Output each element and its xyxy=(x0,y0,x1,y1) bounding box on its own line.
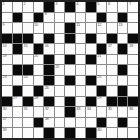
clue-number: 22 xyxy=(55,65,59,69)
white-cell[interactable] xyxy=(76,76,86,86)
white-cell[interactable] xyxy=(128,23,138,33)
clue-number: 24 xyxy=(24,75,28,79)
white-cell[interactable] xyxy=(55,44,65,54)
white-cell[interactable] xyxy=(34,34,44,44)
white-cell[interactable]: 36 xyxy=(128,107,138,117)
white-cell[interactable] xyxy=(86,23,96,33)
white-cell[interactable] xyxy=(55,97,65,107)
clue-number: 4 xyxy=(76,2,78,6)
white-cell[interactable] xyxy=(23,128,33,138)
clue-number: 18 xyxy=(129,44,133,48)
clue-number: 16 xyxy=(45,44,49,48)
white-cell[interactable] xyxy=(23,86,33,96)
white-cell[interactable] xyxy=(55,23,65,33)
white-cell[interactable] xyxy=(76,118,86,128)
white-cell[interactable] xyxy=(118,107,128,117)
clue-number: 13 xyxy=(118,23,122,27)
black-cell xyxy=(86,2,96,12)
white-cell[interactable] xyxy=(76,97,86,107)
black-cell xyxy=(65,2,75,12)
white-cell[interactable] xyxy=(76,44,86,54)
black-cell xyxy=(86,34,96,44)
black-cell xyxy=(65,76,75,86)
white-cell[interactable] xyxy=(23,13,33,23)
black-cell xyxy=(65,34,75,44)
white-cell[interactable] xyxy=(65,65,75,75)
clue-number: 25 xyxy=(97,75,101,79)
white-cell[interactable] xyxy=(128,128,138,138)
white-cell[interactable] xyxy=(34,128,44,138)
white-cell[interactable] xyxy=(118,76,128,86)
white-cell[interactable]: 27 xyxy=(13,97,23,107)
white-cell[interactable] xyxy=(2,86,12,96)
white-cell[interactable]: 35 xyxy=(107,107,117,117)
white-cell[interactable] xyxy=(44,23,54,33)
white-cell[interactable] xyxy=(86,65,96,75)
white-cell[interactable]: 17 xyxy=(107,44,117,54)
white-cell[interactable]: 24 xyxy=(23,76,33,86)
crossword-grid: 1234567891011121314151617181920212223242… xyxy=(0,0,140,140)
white-cell[interactable] xyxy=(86,118,96,128)
clue-number: 39 xyxy=(3,128,7,132)
black-cell xyxy=(86,97,96,107)
white-cell[interactable]: 4 xyxy=(76,2,86,12)
clue-number: 7 xyxy=(129,2,131,6)
white-cell[interactable] xyxy=(76,13,86,23)
white-cell[interactable]: 38 xyxy=(44,118,54,128)
clue-number: 34 xyxy=(87,107,91,111)
black-cell xyxy=(86,55,96,65)
black-cell xyxy=(107,34,117,44)
clue-number: 14 xyxy=(3,44,7,48)
white-cell[interactable]: 33 xyxy=(76,107,86,117)
black-cell xyxy=(44,97,54,107)
black-cell xyxy=(65,55,75,65)
white-cell[interactable] xyxy=(55,34,65,44)
white-cell[interactable] xyxy=(76,55,86,65)
white-cell[interactable]: 11 xyxy=(76,23,86,33)
black-cell xyxy=(118,118,128,128)
black-cell xyxy=(65,97,75,107)
white-cell[interactable]: 7 xyxy=(128,2,138,12)
black-cell xyxy=(65,107,75,117)
white-cell[interactable] xyxy=(76,128,86,138)
white-cell[interactable] xyxy=(34,76,44,86)
white-cell[interactable] xyxy=(76,86,86,96)
black-cell xyxy=(2,97,12,107)
white-cell[interactable] xyxy=(65,44,75,54)
clue-number: 28 xyxy=(34,96,38,100)
white-cell[interactable]: 13 xyxy=(118,23,128,33)
white-cell[interactable] xyxy=(86,13,96,23)
white-cell[interactable] xyxy=(128,86,138,96)
black-cell xyxy=(44,55,54,65)
white-cell[interactable] xyxy=(107,55,117,65)
white-cell[interactable] xyxy=(55,86,65,96)
black-cell xyxy=(118,65,128,75)
black-cell xyxy=(13,13,23,23)
white-cell[interactable]: 25 xyxy=(97,76,107,86)
white-cell[interactable] xyxy=(128,76,138,86)
white-cell[interactable] xyxy=(55,128,65,138)
black-cell xyxy=(44,65,54,75)
black-cell xyxy=(13,34,23,44)
white-cell[interactable] xyxy=(23,23,33,33)
clue-number: 30 xyxy=(3,107,7,111)
clue-number: 32 xyxy=(45,107,49,111)
black-cell xyxy=(44,34,54,44)
white-cell[interactable]: 18 xyxy=(128,44,138,54)
white-cell[interactable] xyxy=(107,76,117,86)
clue-number: 5 xyxy=(97,2,99,6)
clue-number: 6 xyxy=(108,2,110,6)
white-cell[interactable] xyxy=(97,107,107,117)
white-cell[interactable] xyxy=(65,118,75,128)
white-cell[interactable] xyxy=(55,118,65,128)
black-cell xyxy=(118,44,128,54)
white-cell[interactable]: 3 xyxy=(55,2,65,12)
white-cell[interactable] xyxy=(107,13,117,23)
white-cell[interactable] xyxy=(76,34,86,44)
white-cell[interactable] xyxy=(107,128,117,138)
black-cell xyxy=(13,65,23,75)
clue-number: 37 xyxy=(3,117,7,121)
white-cell[interactable]: 23 xyxy=(2,76,12,86)
white-cell[interactable] xyxy=(13,76,23,86)
black-cell xyxy=(23,97,33,107)
black-cell xyxy=(128,34,138,44)
white-cell[interactable] xyxy=(128,118,138,128)
white-cell[interactable]: 26 xyxy=(44,86,54,96)
white-cell[interactable] xyxy=(13,118,23,128)
black-cell xyxy=(34,118,44,128)
white-cell[interactable] xyxy=(107,86,117,96)
crossword-puzzle: 1234567891011121314151617181920212223242… xyxy=(0,0,140,140)
white-cell[interactable] xyxy=(97,34,107,44)
white-cell[interactable]: 8 xyxy=(44,13,54,23)
white-cell[interactable]: 6 xyxy=(107,2,117,12)
white-cell[interactable] xyxy=(128,65,138,75)
white-cell[interactable]: 20 xyxy=(34,55,44,65)
clue-number: 23 xyxy=(3,75,7,79)
white-cell[interactable] xyxy=(34,65,44,75)
black-cell xyxy=(128,97,138,107)
black-cell xyxy=(97,13,107,23)
white-cell[interactable]: 15 xyxy=(23,44,33,54)
clue-number: 10 xyxy=(34,23,38,27)
white-cell[interactable] xyxy=(107,23,117,33)
white-cell[interactable]: 1 xyxy=(2,2,12,12)
white-cell[interactable]: 2 xyxy=(23,2,33,12)
white-cell[interactable] xyxy=(118,128,128,138)
white-cell[interactable]: 31 xyxy=(23,107,33,117)
white-cell[interactable] xyxy=(2,13,12,23)
white-cell[interactable]: 39 xyxy=(2,128,12,138)
black-cell xyxy=(44,128,54,138)
white-cell[interactable] xyxy=(128,55,138,65)
clue-number: 19 xyxy=(3,54,7,58)
black-cell xyxy=(118,86,128,96)
white-cell[interactable] xyxy=(107,118,117,128)
clue-number: 31 xyxy=(24,107,28,111)
clue-number: 38 xyxy=(45,117,49,121)
clue-number: 1 xyxy=(3,2,5,6)
white-cell[interactable] xyxy=(13,2,23,12)
white-cell[interactable] xyxy=(118,55,128,65)
white-cell[interactable] xyxy=(65,86,75,96)
clue-number: 33 xyxy=(76,107,80,111)
black-cell xyxy=(65,23,75,33)
white-cell[interactable] xyxy=(107,65,117,75)
clue-number: 3 xyxy=(55,2,57,6)
black-cell xyxy=(107,97,117,107)
clue-number: 11 xyxy=(76,23,80,27)
clue-number: 8 xyxy=(45,12,47,16)
white-cell[interactable] xyxy=(76,65,86,75)
clue-number: 40 xyxy=(97,128,101,132)
white-cell[interactable] xyxy=(13,128,23,138)
white-cell[interactable] xyxy=(55,76,65,86)
white-cell[interactable] xyxy=(118,2,128,12)
clue-number: 12 xyxy=(97,23,101,27)
white-cell[interactable] xyxy=(13,23,23,33)
white-cell[interactable] xyxy=(86,44,96,54)
white-cell[interactable] xyxy=(55,13,65,23)
white-cell[interactable] xyxy=(34,107,44,117)
white-cell[interactable]: 5 xyxy=(97,2,107,12)
white-cell[interactable] xyxy=(55,107,65,117)
clue-number: 17 xyxy=(108,44,112,48)
black-cell xyxy=(65,128,75,138)
white-cell[interactable]: 40 xyxy=(97,128,107,138)
white-cell[interactable]: 21 xyxy=(97,55,107,65)
clue-number: 15 xyxy=(24,44,28,48)
white-cell[interactable] xyxy=(118,34,128,44)
black-cell xyxy=(23,34,33,44)
white-cell[interactable]: 34 xyxy=(86,107,96,117)
white-cell[interactable] xyxy=(65,13,75,23)
clue-number: 9 xyxy=(3,23,5,27)
white-cell[interactable]: 10 xyxy=(34,23,44,33)
white-cell[interactable] xyxy=(13,55,23,65)
clue-number: 36 xyxy=(129,107,133,111)
white-cell[interactable]: 22 xyxy=(55,65,65,75)
white-cell[interactable]: 28 xyxy=(34,97,44,107)
clue-number: 20 xyxy=(34,54,38,58)
clue-number: 29 xyxy=(97,96,101,100)
clue-number: 2 xyxy=(24,2,26,6)
white-cell[interactable] xyxy=(13,107,23,117)
white-cell[interactable] xyxy=(23,55,33,65)
black-cell xyxy=(118,97,128,107)
clue-number: 27 xyxy=(13,96,17,100)
clue-number: 21 xyxy=(97,54,101,58)
white-cell[interactable] xyxy=(23,118,33,128)
black-cell xyxy=(86,128,96,138)
white-cell[interactable] xyxy=(55,55,65,65)
white-cell[interactable]: 19 xyxy=(2,55,12,65)
black-cell xyxy=(118,13,128,23)
black-cell xyxy=(44,76,54,86)
black-cell xyxy=(2,34,12,44)
white-cell[interactable] xyxy=(86,86,96,96)
clue-number: 26 xyxy=(45,86,49,90)
black-cell xyxy=(86,76,96,86)
white-cell[interactable]: 12 xyxy=(97,23,107,33)
clue-number: 35 xyxy=(108,107,112,111)
white-cell[interactable] xyxy=(34,2,44,12)
white-cell[interactable] xyxy=(128,13,138,23)
black-cell xyxy=(34,13,44,23)
white-cell[interactable]: 16 xyxy=(44,44,54,54)
white-cell[interactable]: 29 xyxy=(97,97,107,107)
black-cell xyxy=(13,44,23,54)
white-cell[interactable]: 9 xyxy=(2,23,12,33)
